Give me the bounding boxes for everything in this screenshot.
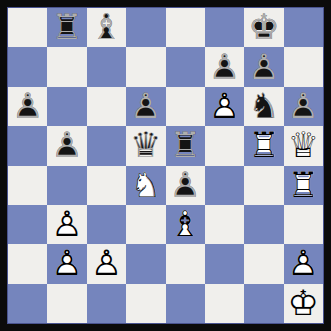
piece-white-pawn[interactable]: ♟♙ [284, 244, 323, 283]
pawn-outline-glyph-icon: ♙ [87, 244, 126, 283]
square-b6[interactable] [47, 87, 86, 126]
rook-outline-glyph-icon: ♖ [244, 126, 283, 165]
square-g4[interactable] [244, 166, 283, 205]
rook-outline-glyph-icon: ♖ [47, 8, 86, 47]
square-a2[interactable] [8, 244, 47, 283]
square-a6[interactable]: ♟♙ [8, 87, 47, 126]
bishop-outline-glyph-icon: ♗ [166, 205, 205, 244]
square-b4[interactable] [47, 166, 86, 205]
square-e1[interactable] [166, 284, 205, 323]
piece-black-pawn[interactable]: ♟♙ [244, 47, 283, 86]
square-b5[interactable]: ♟♙ [47, 126, 86, 165]
square-g1[interactable] [244, 284, 283, 323]
square-d7[interactable] [126, 47, 165, 86]
piece-black-rook[interactable]: ♜♖ [166, 126, 205, 165]
piece-white-king[interactable]: ♚♔ [284, 284, 323, 323]
piece-white-bishop[interactable]: ♝♗ [166, 205, 205, 244]
square-h3[interactable] [284, 205, 323, 244]
pawn-outline-glyph-icon: ♙ [47, 244, 86, 283]
queen-outline-glyph-icon: ♕ [126, 126, 165, 165]
piece-white-queen[interactable]: ♛♕ [284, 126, 323, 165]
pawn-outline-glyph-icon: ♙ [47, 126, 86, 165]
square-h2[interactable]: ♟♙ [284, 244, 323, 283]
knight-outline-glyph-icon: ♘ [126, 166, 165, 205]
square-f8[interactable] [205, 8, 244, 47]
piece-black-rook[interactable]: ♜♖ [47, 8, 86, 47]
rook-outline-glyph-icon: ♖ [284, 166, 323, 205]
square-f6[interactable]: ♟♙ [205, 87, 244, 126]
piece-white-pawn[interactable]: ♟♙ [47, 244, 86, 283]
piece-white-rook[interactable]: ♜♖ [284, 166, 323, 205]
piece-black-bishop[interactable]: ♝♗ [87, 8, 126, 47]
pawn-outline-glyph-icon: ♙ [284, 244, 323, 283]
square-e3[interactable]: ♝♗ [166, 205, 205, 244]
square-c2[interactable]: ♟♙ [87, 244, 126, 283]
square-g5[interactable]: ♜♖ [244, 126, 283, 165]
square-b7[interactable] [47, 47, 86, 86]
pawn-outline-glyph-icon: ♙ [126, 87, 165, 126]
rook-outline-glyph-icon: ♖ [166, 126, 205, 165]
square-h8[interactable] [284, 8, 323, 47]
piece-black-pawn[interactable]: ♟♙ [166, 166, 205, 205]
board-frame: ♜♖♝♗♚♔♟♙♟♙♟♙♟♙♟♙♞♘♟♙♟♙♛♕♜♖♜♖♛♕♞♘♟♙♜♖♟♙♝♗… [0, 0, 331, 331]
square-d1[interactable] [126, 284, 165, 323]
piece-white-knight[interactable]: ♞♘ [126, 166, 165, 205]
square-c7[interactable] [87, 47, 126, 86]
piece-white-pawn[interactable]: ♟♙ [47, 205, 86, 244]
square-h7[interactable] [284, 47, 323, 86]
square-d3[interactable] [126, 205, 165, 244]
square-h5[interactable]: ♛♕ [284, 126, 323, 165]
square-f5[interactable] [205, 126, 244, 165]
square-a8[interactable] [8, 8, 47, 47]
square-b2[interactable]: ♟♙ [47, 244, 86, 283]
square-a4[interactable] [8, 166, 47, 205]
square-a7[interactable] [8, 47, 47, 86]
king-outline-glyph-icon: ♔ [284, 284, 323, 323]
square-f7[interactable]: ♟♙ [205, 47, 244, 86]
square-g3[interactable] [244, 205, 283, 244]
chess-board: ♜♖♝♗♚♔♟♙♟♙♟♙♟♙♟♙♞♘♟♙♟♙♛♕♜♖♜♖♛♕♞♘♟♙♜♖♟♙♝♗… [7, 7, 324, 324]
square-h6[interactable]: ♟♙ [284, 87, 323, 126]
piece-white-pawn[interactable]: ♟♙ [87, 244, 126, 283]
piece-black-pawn[interactable]: ♟♙ [47, 126, 86, 165]
piece-white-pawn[interactable]: ♟♙ [205, 87, 244, 126]
piece-black-king[interactable]: ♚♔ [244, 8, 283, 47]
pawn-outline-glyph-icon: ♙ [284, 87, 323, 126]
piece-black-pawn[interactable]: ♟♙ [126, 87, 165, 126]
square-e4[interactable]: ♟♙ [166, 166, 205, 205]
square-b8[interactable]: ♜♖ [47, 8, 86, 47]
square-d8[interactable] [126, 8, 165, 47]
square-c3[interactable] [87, 205, 126, 244]
pawn-outline-glyph-icon: ♙ [205, 87, 244, 126]
square-c6[interactable] [87, 87, 126, 126]
pawn-outline-glyph-icon: ♙ [244, 47, 283, 86]
square-f2[interactable] [205, 244, 244, 283]
square-f1[interactable] [205, 284, 244, 323]
square-e2[interactable] [166, 244, 205, 283]
square-g7[interactable]: ♟♙ [244, 47, 283, 86]
square-d4[interactable]: ♞♘ [126, 166, 165, 205]
square-d2[interactable] [126, 244, 165, 283]
king-outline-glyph-icon: ♔ [244, 8, 283, 47]
queen-outline-glyph-icon: ♕ [284, 126, 323, 165]
square-c4[interactable] [87, 166, 126, 205]
square-g6[interactable]: ♞♘ [244, 87, 283, 126]
square-g2[interactable] [244, 244, 283, 283]
square-h1[interactable]: ♚♔ [284, 284, 323, 323]
piece-black-knight[interactable]: ♞♘ [244, 87, 283, 126]
knight-outline-glyph-icon: ♘ [244, 87, 283, 126]
square-f4[interactable] [205, 166, 244, 205]
piece-black-pawn[interactable]: ♟♙ [8, 87, 47, 126]
square-b1[interactable] [47, 284, 86, 323]
piece-black-queen[interactable]: ♛♕ [126, 126, 165, 165]
square-c1[interactable] [87, 284, 126, 323]
piece-black-pawn[interactable]: ♟♙ [284, 87, 323, 126]
pawn-outline-glyph-icon: ♙ [8, 87, 47, 126]
square-e8[interactable] [166, 8, 205, 47]
square-g8[interactable]: ♚♔ [244, 8, 283, 47]
square-e7[interactable] [166, 47, 205, 86]
square-c5[interactable] [87, 126, 126, 165]
square-c8[interactable]: ♝♗ [87, 8, 126, 47]
square-e6[interactable] [166, 87, 205, 126]
bishop-outline-glyph-icon: ♗ [87, 8, 126, 47]
square-a3[interactable] [8, 205, 47, 244]
square-f3[interactable] [205, 205, 244, 244]
pawn-outline-glyph-icon: ♙ [47, 205, 86, 244]
square-h4[interactable]: ♜♖ [284, 166, 323, 205]
square-a5[interactable] [8, 126, 47, 165]
square-e5[interactable]: ♜♖ [166, 126, 205, 165]
piece-white-rook[interactable]: ♜♖ [244, 126, 283, 165]
square-b3[interactable]: ♟♙ [47, 205, 86, 244]
square-d6[interactable]: ♟♙ [126, 87, 165, 126]
pawn-outline-glyph-icon: ♙ [205, 47, 244, 86]
square-a1[interactable] [8, 284, 47, 323]
piece-black-pawn[interactable]: ♟♙ [205, 47, 244, 86]
pawn-outline-glyph-icon: ♙ [166, 166, 205, 205]
square-d5[interactable]: ♛♕ [126, 126, 165, 165]
